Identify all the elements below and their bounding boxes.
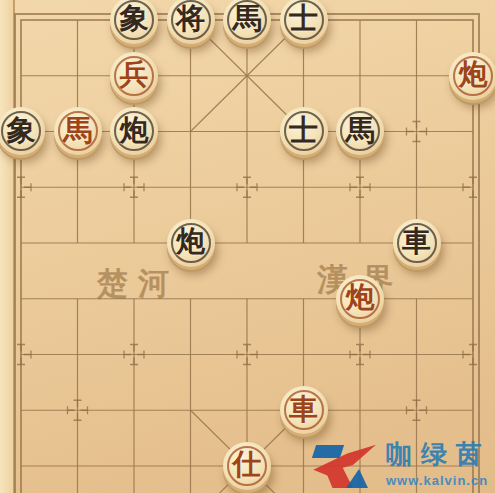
piece-disc: 炮 <box>167 219 215 267</box>
piece-disc: 象 <box>110 0 158 44</box>
piece-black-horse[interactable]: 馬 <box>332 104 389 160</box>
watermark-url: www.kalvin.cn <box>386 473 488 488</box>
piece-glyph: 車 <box>402 227 431 256</box>
piece-disc: 炮 <box>449 52 495 100</box>
piece-disc: 馬 <box>54 107 102 155</box>
watermark-logo-icon <box>312 440 376 488</box>
piece-disc: 象 <box>0 107 45 155</box>
xiangqi-board[interactable]: 楚河 漢界 象将馬士兵炮象馬炮士馬炮車炮車仕 咖绿茵 www.kalvin.cn <box>0 0 495 493</box>
piece-disc: 将 <box>167 0 215 44</box>
piece-disc: 馬 <box>336 107 384 155</box>
watermark-brand: 咖绿茵 <box>386 437 491 472</box>
piece-glyph: 士 <box>289 4 318 33</box>
piece-glyph: 炮 <box>120 116 149 145</box>
piece-layer: 象将馬士兵炮象馬炮士馬炮車炮車仕 <box>0 0 495 493</box>
piece-disc: 士 <box>280 107 328 155</box>
piece-glyph: 仕 <box>233 450 262 479</box>
piece-red-cannon[interactable]: 炮 <box>332 271 389 327</box>
piece-glyph: 馬 <box>233 4 262 33</box>
piece-black-cannon[interactable]: 炮 <box>106 104 163 160</box>
piece-red-advisor[interactable]: 仕 <box>219 438 276 493</box>
piece-glyph: 炮 <box>459 60 488 89</box>
piece-red-cannon[interactable]: 炮 <box>445 48 495 104</box>
piece-disc: 炮 <box>110 107 158 155</box>
piece-glyph: 馬 <box>346 116 375 145</box>
piece-disc: 仕 <box>223 442 271 490</box>
piece-disc: 兵 <box>110 52 158 100</box>
piece-black-horse[interactable]: 馬 <box>219 0 276 48</box>
piece-black-cannon[interactable]: 炮 <box>162 215 219 271</box>
piece-disc: 車 <box>280 386 328 434</box>
piece-glyph: 象 <box>120 4 149 33</box>
piece-glyph: 炮 <box>176 227 205 256</box>
piece-black-elephant[interactable]: 象 <box>0 104 49 160</box>
piece-glyph: 象 <box>7 116 36 145</box>
piece-black-elephant[interactable]: 象 <box>106 0 163 48</box>
piece-disc: 馬 <box>223 0 271 44</box>
piece-black-chariot[interactable]: 車 <box>388 215 445 271</box>
piece-red-chariot[interactable]: 車 <box>275 382 332 438</box>
piece-disc: 車 <box>393 219 441 267</box>
piece-glyph: 将 <box>176 4 205 33</box>
piece-black-advisor[interactable]: 士 <box>275 0 332 48</box>
piece-black-advisor[interactable]: 士 <box>275 104 332 160</box>
piece-red-horse[interactable]: 馬 <box>49 104 106 160</box>
piece-red-soldier[interactable]: 兵 <box>106 48 163 104</box>
piece-disc: 炮 <box>336 275 384 323</box>
piece-disc: 士 <box>280 0 328 44</box>
piece-black-general[interactable]: 将 <box>162 0 219 48</box>
piece-glyph: 車 <box>289 395 318 424</box>
piece-glyph: 炮 <box>346 283 375 312</box>
piece-glyph: 兵 <box>120 60 149 89</box>
piece-glyph: 馬 <box>63 116 92 145</box>
piece-glyph: 士 <box>289 116 318 145</box>
watermark: 咖绿茵 www.kalvin.cn <box>312 437 491 488</box>
